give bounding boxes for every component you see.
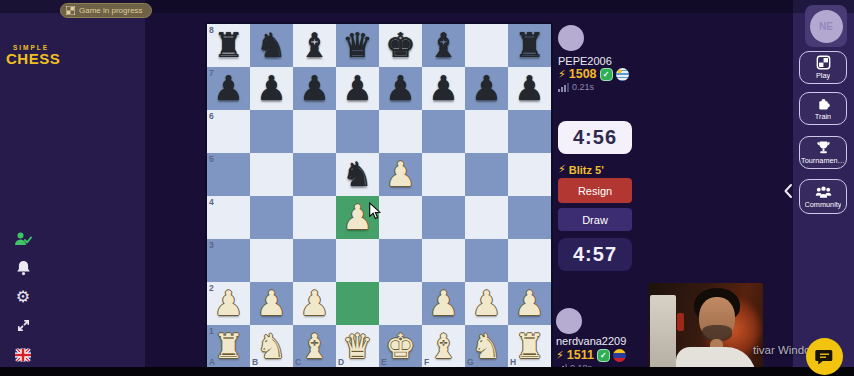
uruguay-flag-icon <box>616 68 629 81</box>
square-h4[interactable] <box>508 196 551 239</box>
square-g3[interactable] <box>465 239 508 282</box>
app-window: SIMPLE CHESS Game in progress ⚙ <box>0 0 854 376</box>
square-b3[interactable] <box>250 239 293 282</box>
notifications-button[interactable] <box>14 259 32 276</box>
verified-badge: ✓ <box>597 349 610 362</box>
square-h5[interactable] <box>508 153 551 196</box>
rank-label-7: 7 <box>209 68 214 78</box>
square-h6[interactable] <box>508 110 551 153</box>
square-f1[interactable]: F♝ <box>422 325 465 368</box>
rank-label-8: 8 <box>209 25 214 35</box>
square-h7[interactable]: ♟ <box>508 67 551 110</box>
square-e4[interactable] <box>379 196 422 239</box>
square-b2[interactable]: ♟ <box>250 282 293 325</box>
status-badge-label: Game in progress <box>79 6 143 15</box>
square-e6[interactable] <box>379 110 422 153</box>
square-b7[interactable]: ♟ <box>250 67 293 110</box>
status-badge: Game in progress <box>60 3 152 18</box>
avatar-initials: NE <box>810 10 843 43</box>
square-a4[interactable]: 4 <box>207 196 250 239</box>
square-g6[interactable] <box>465 110 508 153</box>
nav-tournaments-label: Tournamen… <box>801 156 845 165</box>
fullscreen-button[interactable] <box>14 317 32 334</box>
square-c8[interactable]: ♝ <box>293 24 336 67</box>
collapse-sidebar-button[interactable] <box>783 183 793 199</box>
white-pawn-e5[interactable]: ♟ <box>379 153 422 196</box>
chess-board[interactable]: 8♜♞♝♛♚♝♜7♟♟♟♟♟♟♟♟65♞♟4♟32♟♟♟♟♟♟1A♜B♞C♝D♛… <box>205 22 553 370</box>
square-h8[interactable]: ♜ <box>508 24 551 67</box>
square-g8[interactable] <box>465 24 508 67</box>
file-label-E: E <box>381 357 387 367</box>
square-d5[interactable]: ♞ <box>336 153 379 196</box>
opponent-rating: 1508 <box>569 67 597 81</box>
gear-icon: ⚙ <box>16 288 30 305</box>
trophy-icon <box>816 140 831 155</box>
player-clock: 4:57 <box>558 238 632 271</box>
square-e8[interactable]: ♚ <box>379 24 422 67</box>
file-label-A: A <box>209 357 215 367</box>
square-b6[interactable] <box>250 110 293 153</box>
square-c3[interactable] <box>293 239 336 282</box>
friends-online-button[interactable] <box>14 230 32 247</box>
black-pawn-g7[interactable]: ♟ <box>465 67 508 110</box>
people-icon <box>815 185 832 199</box>
nav-community-button[interactable]: Community <box>799 179 847 214</box>
square-g4[interactable] <box>465 196 508 239</box>
square-f6[interactable] <box>422 110 465 153</box>
file-label-F: F <box>424 357 429 367</box>
time-control-row: ⚡ Blitz 5' <box>558 163 604 176</box>
file-label-H: H <box>510 357 516 367</box>
square-f3[interactable] <box>422 239 465 282</box>
black-pawn-d7[interactable]: ♟ <box>336 67 379 110</box>
square-g2[interactable]: ♟ <box>465 282 508 325</box>
black-pawn-f7[interactable]: ♟ <box>422 67 465 110</box>
square-c7[interactable]: ♟ <box>293 67 336 110</box>
square-b1[interactable]: B♞ <box>250 325 293 368</box>
nav-tournaments-button[interactable]: Tournamen… <box>799 136 847 169</box>
nav-community-label: Community <box>805 200 842 209</box>
nav-train-button[interactable]: Train <box>799 92 847 125</box>
black-pawn-c7[interactable]: ♟ <box>293 67 336 110</box>
player-rating-row: ⚡ 1511 ✓ <box>556 348 626 362</box>
opponent-ping-row: 0.21s <box>558 82 594 92</box>
player-rating: 1511 <box>567 348 594 362</box>
square-a5[interactable]: 5 <box>207 153 250 196</box>
rank-label-6: 6 <box>209 111 214 121</box>
bell-icon <box>16 260 31 276</box>
rank-label-2: 2 <box>209 283 214 293</box>
lightning-icon: ⚡ <box>556 349 564 362</box>
square-b5[interactable] <box>250 153 293 196</box>
square-a8[interactable]: 8♜ <box>207 24 250 67</box>
square-f4[interactable] <box>422 196 465 239</box>
black-pawn-e7[interactable]: ♟ <box>379 67 422 110</box>
nav-play-label: Play <box>816 71 830 80</box>
black-bishop-f8[interactable]: ♝ <box>422 24 465 67</box>
nav-play-button[interactable]: Play <box>799 51 847 84</box>
square-f8[interactable]: ♝ <box>422 24 465 67</box>
square-d8[interactable]: ♛ <box>336 24 379 67</box>
white-pawn-f2[interactable]: ♟ <box>422 282 465 325</box>
white-pawn-b2[interactable]: ♟ <box>250 282 293 325</box>
lightning-icon: ⚡ <box>558 68 566 81</box>
square-e3[interactable] <box>379 239 422 282</box>
rank-label-1: 1 <box>209 326 214 336</box>
black-knight-b8[interactable]: ♞ <box>250 24 293 67</box>
square-f7[interactable]: ♟ <box>422 67 465 110</box>
settings-button[interactable]: ⚙ <box>14 288 32 305</box>
square-d1[interactable]: D♛ <box>336 325 379 368</box>
square-h1[interactable]: H♜ <box>508 325 551 368</box>
nav-train-label: Train <box>815 112 831 121</box>
square-h2[interactable]: ♟ <box>508 282 551 325</box>
opponent-rating-row: ⚡ 1508 ✓ <box>558 67 629 81</box>
square-c2[interactable]: ♟ <box>293 282 336 325</box>
venezuela-flag-icon <box>613 349 626 362</box>
chat-button[interactable] <box>806 338 843 375</box>
verified-badge: ✓ <box>600 68 613 81</box>
resign-button[interactable]: Resign <box>558 178 632 203</box>
square-e1[interactable]: E♚ <box>379 325 422 368</box>
square-d2[interactable] <box>336 282 379 325</box>
rank-label-3: 3 <box>209 240 214 250</box>
bottom-bar <box>0 367 854 376</box>
square-f2[interactable]: ♟ <box>422 282 465 325</box>
rank-label-4: 4 <box>209 197 214 207</box>
logo-line2: CHESS <box>6 50 56 67</box>
signal-icon <box>558 82 569 92</box>
uk-flag-icon <box>15 347 31 363</box>
black-queen-d8[interactable]: ♛ <box>336 24 379 67</box>
puzzle-icon <box>816 96 831 111</box>
expand-icon <box>16 318 31 333</box>
square-d3[interactable] <box>336 239 379 282</box>
profile-avatar-button[interactable]: NE <box>805 5 847 47</box>
black-king-e8[interactable]: ♚ <box>379 24 422 67</box>
square-g5[interactable] <box>465 153 508 196</box>
play-board-icon <box>816 55 831 70</box>
file-label-B: B <box>252 357 258 367</box>
site-logo[interactable]: SIMPLE CHESS <box>6 44 56 67</box>
square-d6[interactable] <box>336 110 379 153</box>
player-avatar[interactable] <box>556 308 582 334</box>
opponent-avatar[interactable] <box>558 25 584 51</box>
file-label-C: C <box>295 357 301 367</box>
square-e2[interactable] <box>379 282 422 325</box>
webcam-background <box>650 295 676 376</box>
square-c5[interactable] <box>293 153 336 196</box>
file-label-D: D <box>338 357 344 367</box>
square-e5[interactable]: ♟ <box>379 153 422 196</box>
square-d7[interactable]: ♟ <box>336 67 379 110</box>
opponent-name[interactable]: PEPE2006 <box>558 55 612 67</box>
square-c1[interactable]: C♝ <box>293 325 336 368</box>
black-knight-d5[interactable]: ♞ <box>336 153 379 196</box>
draw-button[interactable]: Draw <box>558 208 632 231</box>
square-g7[interactable]: ♟ <box>465 67 508 110</box>
person-check-icon <box>14 231 32 247</box>
webcam-feed <box>648 283 763 376</box>
black-pawn-h7[interactable]: ♟ <box>508 67 551 110</box>
chat-bubble-icon <box>815 347 835 367</box>
square-a2[interactable]: 2♟ <box>207 282 250 325</box>
black-bishop-c8[interactable]: ♝ <box>293 24 336 67</box>
left-icon-column: ⚙ <box>13 230 33 363</box>
square-g1[interactable]: G♞ <box>465 325 508 368</box>
square-a3[interactable]: 3 <box>207 239 250 282</box>
white-pawn-g2[interactable]: ♟ <box>465 282 508 325</box>
square-e7[interactable]: ♟ <box>379 67 422 110</box>
mini-board-icon <box>66 6 75 15</box>
opponent-clock: 4:56 <box>558 121 632 154</box>
square-c4[interactable] <box>293 196 336 239</box>
mouse-cursor <box>367 202 382 220</box>
black-pawn-b7[interactable]: ♟ <box>250 67 293 110</box>
time-control-label: Blitz 5' <box>569 164 604 176</box>
opponent-ping: 0.21s <box>572 82 594 92</box>
player-name[interactable]: nerdvana2209 <box>556 335 626 347</box>
file-label-G: G <box>467 357 474 367</box>
square-b4[interactable] <box>250 196 293 239</box>
square-c6[interactable] <box>293 110 336 153</box>
square-a1[interactable]: 1A♜ <box>207 325 250 368</box>
square-a7[interactable]: 7♟ <box>207 67 250 110</box>
square-a6[interactable]: 6 <box>207 110 250 153</box>
language-button[interactable] <box>14 346 32 363</box>
square-b8[interactable]: ♞ <box>250 24 293 67</box>
black-rook-h8[interactable]: ♜ <box>508 24 551 67</box>
square-h3[interactable] <box>508 239 551 282</box>
rank-label-5: 5 <box>209 154 214 164</box>
white-pawn-h2[interactable]: ♟ <box>508 282 551 325</box>
lightning-icon: ⚡ <box>558 163 566 176</box>
white-pawn-c2[interactable]: ♟ <box>293 282 336 325</box>
square-f5[interactable] <box>422 153 465 196</box>
